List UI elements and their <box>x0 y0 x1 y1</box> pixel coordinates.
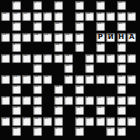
code-number: 16 <box>65 64 69 67</box>
code-number: 8 <box>13 22 15 25</box>
cell-r3c10[interactable]: 21 <box>96 22 105 31</box>
cell-r10c8[interactable]: 2 <box>75 96 84 105</box>
cell-r2c10[interactable]: 24 <box>96 12 105 21</box>
cell-r6c7[interactable]: 14 <box>64 54 73 63</box>
code-number: 16 <box>13 12 17 15</box>
cell-r12c6[interactable]: 5 <box>54 117 63 126</box>
cell-r13c1 <box>1 127 12 138</box>
cell-r6c9[interactable]: 18 <box>85 54 94 63</box>
code-number: 22 <box>23 75 27 78</box>
cell-r7c3 <box>22 64 33 75</box>
code-number: 16 <box>76 85 80 88</box>
cell-r8c3[interactable]: 22 <box>22 75 31 84</box>
code-number: 13 <box>34 85 38 88</box>
cell-r6c13[interactable]: 9 <box>127 54 136 63</box>
code-number: 5 <box>55 127 57 130</box>
code-number: 18 <box>2 75 6 78</box>
cell-r9c13 <box>127 85 138 96</box>
cell-r2c2[interactable]: 16 <box>12 12 21 21</box>
cell-r2c9[interactable]: 20 <box>85 12 94 21</box>
cell-r6c2[interactable]: 2 <box>12 54 21 63</box>
cell-r3c9 <box>85 22 96 33</box>
cell-r2c11[interactable]: 23 <box>106 12 115 21</box>
code-number: 21 <box>118 96 122 99</box>
code-number: 17 <box>34 127 38 130</box>
cell-r12c2[interactable]: 5 <box>12 117 21 126</box>
cell-r4c12[interactable]: 4Н <box>117 33 126 42</box>
cell-r10c7[interactable]: 8 <box>64 96 73 105</box>
cell-r6c11[interactable]: 21 <box>106 54 115 63</box>
code-number: 15 <box>86 64 90 67</box>
code-number: 7 <box>13 96 15 99</box>
cell-r4c7[interactable]: 14 <box>64 33 73 42</box>
cell-r1c11 <box>106 1 117 12</box>
cell-r9c5 <box>43 85 54 96</box>
cell-r7c13 <box>127 64 138 75</box>
code-number: 2 <box>13 54 15 57</box>
code-number: 5 <box>13 117 15 120</box>
cell-r9c4[interactable]: 13 <box>33 85 42 94</box>
cell-r5c12[interactable]: 9 <box>117 43 126 52</box>
cell-r13c12[interactable]: 15 <box>117 127 126 136</box>
code-number: 21 <box>107 54 111 57</box>
cell-r6c3[interactable]: 16 <box>22 54 31 63</box>
cell-r5c10[interactable]: 18 <box>96 43 105 52</box>
cell-r5c6[interactable]: 14 <box>54 43 63 52</box>
cell-r11c9 <box>85 106 96 117</box>
cell-r3c1 <box>1 22 12 33</box>
cell-r7c6 <box>53 64 64 75</box>
cell-r3c11 <box>106 22 117 33</box>
code-number: 7 <box>128 96 130 99</box>
code-number: 16 <box>44 75 48 78</box>
code-number: 9 <box>34 22 36 25</box>
cell-r1c12[interactable]: 12 <box>117 1 126 10</box>
cell-r5c2[interactable]: 9 <box>12 43 21 52</box>
cell-r1c2[interactable]: 8 <box>12 1 21 10</box>
cell-r5c7 <box>64 43 75 54</box>
cell-r8c4[interactable]: 18 <box>33 75 42 84</box>
code-number: 16 <box>76 33 80 36</box>
cell-r13c8[interactable]: 24 <box>75 127 84 136</box>
cell-r1c13 <box>127 1 138 12</box>
cell-r13c9 <box>85 127 96 138</box>
cell-r12c1[interactable]: 14 <box>1 117 10 126</box>
code-number: 18 <box>86 54 90 57</box>
cell-r13c4[interactable]: 17 <box>33 127 42 136</box>
code-number: 13 <box>118 22 122 25</box>
cell-r10c13[interactable]: 7 <box>127 96 136 105</box>
cell-r2c6[interactable]: 9 <box>54 12 63 21</box>
cell-r4c5[interactable]: 21 <box>43 33 52 42</box>
cell-r4c2[interactable]: 7 <box>12 33 21 42</box>
code-number: 23 <box>23 33 27 36</box>
code-number: 14 <box>65 54 69 57</box>
code-number: 15 <box>76 1 80 4</box>
cell-r4c3[interactable]: 23 <box>22 33 31 42</box>
code-number: 1 <box>118 117 120 120</box>
code-number: 7 <box>97 54 99 57</box>
cell-r6c12[interactable]: 8 <box>117 54 126 63</box>
cell-r4c6[interactable]: 22 <box>54 33 63 42</box>
code-number: 9 <box>118 43 120 46</box>
cell-r4c8[interactable]: 16 <box>75 33 84 42</box>
cell-r8c1[interactable]: 18 <box>1 75 10 84</box>
code-number: 14 <box>65 33 69 36</box>
code-number: 8 <box>118 54 120 57</box>
code-number: 7 <box>76 75 78 78</box>
code-number: 2 <box>55 1 57 4</box>
code-number: 9 <box>86 96 88 99</box>
cell-r11c5 <box>43 106 54 117</box>
code-number: 9 <box>34 54 36 57</box>
cell-r1c7 <box>64 1 75 12</box>
code-number: 12 <box>118 1 122 4</box>
code-number: 24 <box>2 96 6 99</box>
cell-r10c11[interactable]: 13 <box>106 96 115 105</box>
cell-r4c10[interactable]: 7Р <box>96 33 105 42</box>
code-number: 14 <box>55 43 59 46</box>
code-number: 19 <box>55 85 59 88</box>
cell-r2c3[interactable]: 15 <box>22 12 31 21</box>
cell-r11c13 <box>127 106 138 117</box>
cell-r10c5 <box>43 95 54 106</box>
cell-r8c10[interactable]: 8 <box>96 75 105 84</box>
code-number: 21 <box>2 54 6 57</box>
cell-r13c6[interactable]: 5 <box>54 127 63 136</box>
code-number: 22 <box>55 33 59 36</box>
cell-r9c10 <box>95 85 106 96</box>
cell-r12c13[interactable]: 16 <box>127 117 136 126</box>
code-number: 2 <box>76 96 78 99</box>
code-number: 8 <box>76 117 78 120</box>
code-number: 8 <box>44 54 46 57</box>
code-number: 17 <box>44 117 48 120</box>
code-number: 1 <box>34 1 36 4</box>
code-number: 24 <box>97 12 101 15</box>
cell-r8c6 <box>53 74 64 85</box>
code-number: 22 <box>76 43 80 46</box>
cell-r12c3[interactable]: 1 <box>22 117 31 126</box>
cell-r13c10 <box>95 127 106 138</box>
code-number: 18 <box>118 12 122 15</box>
cell-r10c6[interactable]: 14 <box>54 96 63 105</box>
cell-r12c5[interactable]: 17 <box>43 117 52 126</box>
cell-r7c7[interactable]: 16 <box>64 64 73 73</box>
cell-r10c4[interactable]: 21 <box>33 96 42 105</box>
cell-r8c12[interactable]: 14 <box>117 75 126 84</box>
code-number: 14 <box>2 12 6 15</box>
cell-r8c9[interactable]: 14 <box>85 75 94 84</box>
code-number: 5 <box>34 64 36 67</box>
keyword-crossword-board: 8121516121416152189162024231816891211211… <box>0 0 140 140</box>
code-number: 4 <box>55 106 57 109</box>
cell-r10c10[interactable]: 12 <box>96 96 105 105</box>
cell-r11c6[interactable]: 4 <box>54 106 63 115</box>
code-number: 21 <box>97 22 101 25</box>
code-number: 16 <box>128 12 132 15</box>
given-letter: Н <box>117 33 126 42</box>
cell-r11c11 <box>106 106 117 117</box>
code-number: 23 <box>107 12 111 15</box>
cell-r1c3 <box>22 1 33 12</box>
code-number: 15 <box>118 127 122 130</box>
code-number: 7 <box>13 33 15 36</box>
cell-r12c11[interactable]: 23 <box>106 117 115 126</box>
cell-r4c4[interactable]: 24 <box>33 33 42 42</box>
cell-r10c3[interactable]: 8 <box>22 96 31 105</box>
code-number: 14 <box>107 127 111 130</box>
code-number: 8 <box>13 1 15 4</box>
code-number: 8 <box>23 96 25 99</box>
cell-r9c2[interactable]: 15 <box>12 85 21 94</box>
cell-r11c2[interactable]: 23 <box>12 106 21 115</box>
code-number: 4 <box>118 106 120 109</box>
cell-r13c11[interactable]: 14 <box>106 127 115 136</box>
cell-r13c3 <box>22 127 33 138</box>
code-number: 15 <box>128 75 132 78</box>
given-letter: И <box>106 33 115 42</box>
cell-r10c1[interactable]: 24 <box>1 96 10 105</box>
code-number: 16 <box>55 54 59 57</box>
cell-r3c3 <box>22 22 33 33</box>
given-letter: А <box>127 33 136 42</box>
cell-r7c12[interactable]: 9 <box>117 64 126 73</box>
cell-r12c10[interactable]: 22 <box>96 117 105 126</box>
cell-r2c1[interactable]: 14 <box>1 12 10 21</box>
code-number: 1 <box>23 117 25 120</box>
code-number: 23 <box>107 117 111 120</box>
cell-r8c8[interactable]: 7 <box>75 75 84 84</box>
code-number: 12 <box>97 96 101 99</box>
code-number: 9 <box>13 43 15 46</box>
cell-r7c9[interactable]: 15 <box>85 64 94 73</box>
cell-r7c1 <box>1 64 12 75</box>
cell-r7c4[interactable]: 5 <box>33 64 42 73</box>
code-number: 24 <box>34 33 38 36</box>
code-number: 14 <box>2 117 6 120</box>
cell-r11c4[interactable]: 3 <box>33 106 42 115</box>
code-number: 5 <box>107 75 109 78</box>
cell-r5c4 <box>32 43 43 54</box>
cell-r4c13[interactable]: 16А <box>127 33 136 42</box>
cell-r4c9 <box>85 32 96 43</box>
code-number: 3 <box>34 106 36 109</box>
cell-r11c7 <box>64 106 75 117</box>
code-number: 22 <box>97 117 101 120</box>
cell-r7c8 <box>74 64 85 75</box>
code-number: 14 <box>86 75 90 78</box>
cell-r3c12[interactable]: 13 <box>117 22 126 31</box>
code-number: 12 <box>55 22 59 25</box>
cell-r2c4[interactable]: 21 <box>33 12 42 21</box>
cell-r2c7 <box>64 11 75 22</box>
crossword-grid: 8121516121416152189162024231816891211211… <box>1 1 138 138</box>
given-letter: Р <box>96 33 105 42</box>
code-number: 16 <box>86 117 90 120</box>
cell-r10c2[interactable]: 7 <box>12 96 21 105</box>
cell-r6c5[interactable]: 8 <box>43 54 52 63</box>
cell-r9c3 <box>22 85 33 96</box>
cell-r7c2 <box>11 64 22 75</box>
code-number: 14 <box>55 96 59 99</box>
code-number: 24 <box>97 106 101 109</box>
code-number: 13 <box>2 33 6 36</box>
cell-r7c10 <box>95 64 106 75</box>
cell-r13c5 <box>43 127 54 138</box>
cell-r5c9 <box>85 43 96 54</box>
cell-r1c8[interactable]: 15 <box>75 1 84 10</box>
cell-r5c8[interactable]: 22 <box>75 43 84 52</box>
cell-r8c11[interactable]: 5 <box>106 75 115 84</box>
cell-r4c11[interactable]: 14И <box>106 33 115 42</box>
code-number: 15 <box>13 85 17 88</box>
cell-r12c8[interactable]: 8 <box>75 117 84 126</box>
code-number: 8 <box>65 96 67 99</box>
cell-r2c13[interactable]: 16 <box>127 12 136 21</box>
cell-r9c7 <box>64 85 75 96</box>
cell-r2c12[interactable]: 18 <box>117 12 126 21</box>
code-number: 9 <box>55 12 57 15</box>
code-number: 8 <box>97 75 99 78</box>
code-number: 9 <box>128 54 130 57</box>
code-number: 14 <box>118 75 122 78</box>
code-number: 16 <box>97 1 101 4</box>
cell-r1c9 <box>85 1 96 12</box>
cell-r8c7[interactable]: 19 <box>64 75 73 84</box>
code-number: 18 <box>97 43 101 46</box>
cell-r3c5 <box>43 22 54 33</box>
cell-r3c2[interactable]: 8 <box>12 22 21 31</box>
code-number: 21 <box>44 33 48 36</box>
cell-r11c3 <box>22 106 33 117</box>
cell-r9c8[interactable]: 16 <box>75 85 84 94</box>
cell-r7c5 <box>43 64 54 75</box>
code-number: 14 <box>34 117 38 120</box>
cell-r8c2[interactable]: 21 <box>12 75 21 84</box>
cell-r9c12[interactable]: 2 <box>117 85 126 94</box>
cell-r9c6[interactable]: 19 <box>54 85 63 94</box>
code-number: 8 <box>44 12 46 15</box>
code-number: 16 <box>128 117 132 120</box>
cell-r1c5 <box>43 1 54 12</box>
code-number: 5 <box>55 117 57 120</box>
cell-r10c12[interactable]: 21 <box>117 96 126 105</box>
cell-r6c8 <box>74 53 85 64</box>
code-number: 24 <box>76 127 80 130</box>
cell-r9c11 <box>106 85 117 96</box>
code-number: 16 <box>76 12 80 15</box>
cell-r5c3 <box>22 43 33 54</box>
cell-r12c4[interactable]: 14 <box>33 117 42 126</box>
cell-r11c10[interactable]: 24 <box>96 106 105 115</box>
cell-r11c12[interactable]: 4 <box>117 106 126 115</box>
cell-r9c9 <box>85 85 96 96</box>
cell-r1c10[interactable]: 16 <box>96 1 105 10</box>
cell-r3c4[interactable]: 9 <box>33 22 42 31</box>
code-number: 16 <box>23 54 27 57</box>
cell-r11c1 <box>1 106 12 117</box>
code-number: 21 <box>34 96 38 99</box>
cell-r13c7 <box>64 127 75 138</box>
cell-r5c1 <box>1 43 12 54</box>
code-number: 2 <box>118 85 120 88</box>
code-number: 20 <box>86 12 90 15</box>
cell-r11c8[interactable]: 14 <box>75 106 84 115</box>
cell-r10c9[interactable]: 9 <box>85 96 94 105</box>
cell-r2c8[interactable]: 16 <box>75 12 84 21</box>
cell-r4c1[interactable]: 13 <box>1 33 10 42</box>
code-number: 21 <box>34 12 38 15</box>
cell-r3c13 <box>127 22 138 33</box>
cell-r8c13[interactable]: 15 <box>127 75 136 84</box>
cell-r5c13 <box>127 43 138 54</box>
cell-r6c6[interactable]: 16 <box>54 54 63 63</box>
cell-r1c6[interactable]: 2 <box>54 1 63 10</box>
code-number: 21 <box>13 75 17 78</box>
code-number: 15 <box>23 12 27 15</box>
code-number: 19 <box>65 75 69 78</box>
code-number: 14 <box>76 106 80 109</box>
cell-r12c12[interactable]: 1 <box>117 117 126 126</box>
code-number: 13 <box>107 96 111 99</box>
cell-r12c7 <box>64 116 75 127</box>
cell-r3c8[interactable]: 11 <box>75 22 84 31</box>
cell-r3c7 <box>64 22 75 33</box>
cell-r8c5[interactable]: 16 <box>43 75 52 84</box>
cell-r1c1 <box>1 1 12 12</box>
cell-r5c5 <box>43 43 54 54</box>
cell-r1c4[interactable]: 1 <box>33 1 42 10</box>
cell-r13c2[interactable]: 16 <box>12 127 21 136</box>
cell-r12c9[interactable]: 16 <box>85 117 94 126</box>
code-number: 16 <box>13 127 17 130</box>
cell-r2c5[interactable]: 8 <box>43 12 52 21</box>
cell-r7c11 <box>106 64 117 75</box>
cell-r13c13 <box>127 127 138 138</box>
cell-r9c1 <box>1 85 12 96</box>
cell-r6c1[interactable]: 21 <box>1 54 10 63</box>
cell-r3c6[interactable]: 12 <box>54 22 63 31</box>
code-number: 23 <box>13 106 17 109</box>
code-number: 9 <box>118 64 120 67</box>
cell-r6c10[interactable]: 7 <box>96 54 105 63</box>
cell-r5c11 <box>106 43 117 54</box>
code-number: 18 <box>34 75 38 78</box>
cell-r6c4[interactable]: 9 <box>33 54 42 63</box>
code-number: 11 <box>76 22 80 25</box>
